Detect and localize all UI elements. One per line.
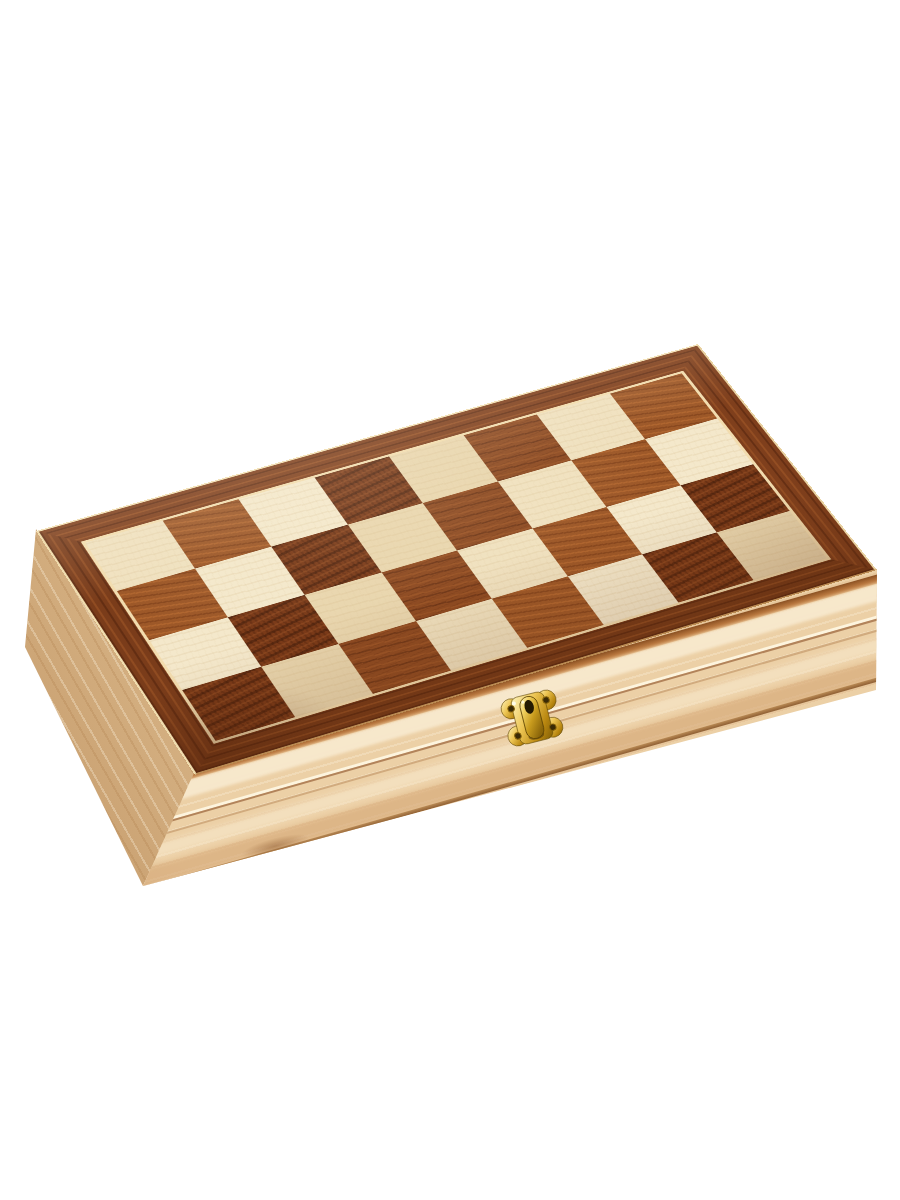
product-photo: [0, 0, 900, 1200]
